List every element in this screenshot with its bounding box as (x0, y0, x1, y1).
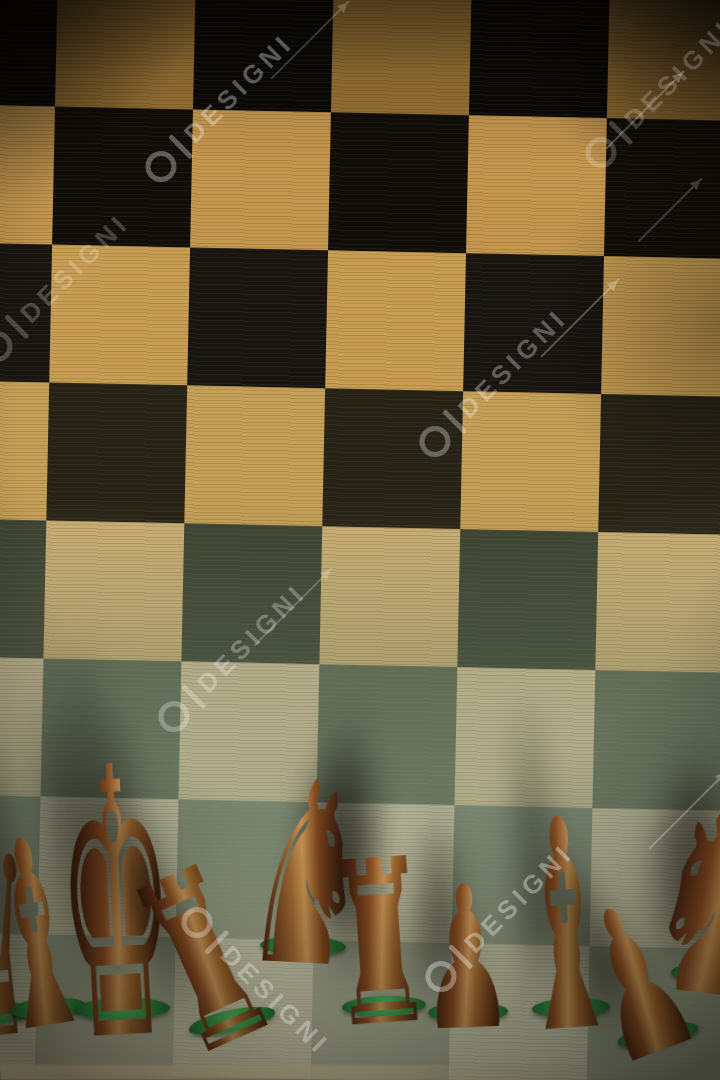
watermark-text: DESIGNI (191, 577, 313, 699)
chessboard-photo: ♞♞♛♝♜♝♚♟♜♟ DESIGNIDESIGNIDESIGNIDESIGNID… (0, 0, 720, 1080)
watermark-designi: DESIGNI (413, 302, 574, 463)
watermark-text: DESIGNI (452, 302, 574, 424)
watermark-arrow-icon (648, 770, 720, 849)
watermark-arrow-icon (637, 177, 702, 242)
watermark-text: DESIGNI (178, 27, 300, 149)
designi-logo-bar (4, 314, 29, 339)
watermark-designi: DESIGNI (579, 13, 720, 174)
designi-logo-icon (0, 325, 19, 369)
watermark-arrow-icon (540, 278, 619, 357)
watermark-arrow-icon (253, 567, 332, 646)
watermark-text: DESIGNI (458, 837, 580, 959)
designi-logo-icon (419, 955, 463, 999)
designi-logo-icon (175, 901, 219, 945)
designi-logo-bar (442, 409, 467, 434)
watermark-designi: DESIGNI (139, 27, 300, 188)
designi-logo-icon (413, 420, 457, 464)
watermark-designi: DESIGNI (419, 837, 580, 998)
watermark-layer: DESIGNIDESIGNIDESIGNIDESIGNIDESIGNIDESIG… (0, 0, 720, 1080)
designi-logo-bar (204, 930, 229, 955)
watermark-designi: DESIGNI (152, 577, 313, 738)
watermark-text: DESIGNI (214, 939, 336, 1061)
watermark-designi: DESIGNI (175, 901, 336, 1062)
designi-logo-icon (152, 695, 196, 739)
watermark-text: DESIGNI (14, 207, 136, 329)
designi-logo-bar (448, 944, 473, 969)
watermark-designi: DESIGNI (0, 207, 136, 368)
watermark-text: DESIGNI (618, 13, 720, 135)
designi-logo-bar (168, 134, 193, 159)
watermark-arrow-icon (605, 70, 684, 149)
designi-logo-bar (181, 684, 206, 709)
watermark-arrow-icon (270, 0, 349, 79)
designi-logo-icon (139, 145, 183, 189)
